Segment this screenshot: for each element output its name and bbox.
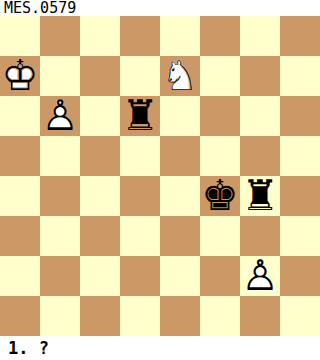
square-b7[interactable]: [40, 56, 80, 96]
square-g1[interactable]: [240, 296, 280, 336]
square-c4[interactable]: [80, 176, 120, 216]
white-pawn[interactable]: ♟♙: [240, 256, 280, 296]
white-knight-outline: ♘: [160, 56, 200, 96]
white-pawn-outline: ♙: [240, 256, 280, 296]
square-g5[interactable]: [240, 136, 280, 176]
square-h8[interactable]: [280, 16, 320, 56]
square-b4[interactable]: [40, 176, 80, 216]
square-g2[interactable]: ♟♙: [240, 256, 280, 296]
square-c7[interactable]: [80, 56, 120, 96]
square-a8[interactable]: [0, 16, 40, 56]
black-rook[interactable]: ♜: [240, 176, 280, 216]
square-a3[interactable]: [0, 216, 40, 256]
square-d8[interactable]: [120, 16, 160, 56]
square-f2[interactable]: [200, 256, 240, 296]
square-e6[interactable]: [160, 96, 200, 136]
square-d2[interactable]: [120, 256, 160, 296]
square-e7[interactable]: ♞♘: [160, 56, 200, 96]
square-g6[interactable]: [240, 96, 280, 136]
square-e4[interactable]: [160, 176, 200, 216]
black-king[interactable]: ♚: [200, 176, 240, 216]
square-e2[interactable]: [160, 256, 200, 296]
square-d4[interactable]: [120, 176, 160, 216]
puzzle-id-title: MES.0579: [4, 0, 76, 16]
chess-board: ♚♔♞♘♟♙♜♚♜♟♙: [0, 16, 320, 336]
square-a5[interactable]: [0, 136, 40, 176]
square-d6[interactable]: ♜: [120, 96, 160, 136]
square-a7[interactable]: ♚♔: [0, 56, 40, 96]
square-h1[interactable]: [280, 296, 320, 336]
square-e8[interactable]: [160, 16, 200, 56]
white-pawn-outline: ♙: [40, 96, 80, 136]
square-d3[interactable]: [120, 216, 160, 256]
square-h3[interactable]: [280, 216, 320, 256]
square-c5[interactable]: [80, 136, 120, 176]
square-a6[interactable]: [0, 96, 40, 136]
square-f4[interactable]: ♚: [200, 176, 240, 216]
square-c8[interactable]: [80, 16, 120, 56]
square-b2[interactable]: [40, 256, 80, 296]
square-b5[interactable]: [40, 136, 80, 176]
white-king-outline: ♔: [0, 56, 40, 96]
square-f8[interactable]: [200, 16, 240, 56]
black-rook-glyph: ♜: [120, 96, 160, 136]
square-h2[interactable]: [280, 256, 320, 296]
square-d7[interactable]: [120, 56, 160, 96]
square-h6[interactable]: [280, 96, 320, 136]
white-knight[interactable]: ♞♘: [160, 56, 200, 96]
move-prompt: 1. ?: [8, 337, 49, 360]
square-b6[interactable]: ♟♙: [40, 96, 80, 136]
white-pawn[interactable]: ♟♙: [40, 96, 80, 136]
square-b1[interactable]: [40, 296, 80, 336]
square-a2[interactable]: [0, 256, 40, 296]
square-h4[interactable]: [280, 176, 320, 216]
square-d5[interactable]: [120, 136, 160, 176]
square-f3[interactable]: [200, 216, 240, 256]
square-e3[interactable]: [160, 216, 200, 256]
square-e1[interactable]: [160, 296, 200, 336]
square-g3[interactable]: [240, 216, 280, 256]
square-c6[interactable]: [80, 96, 120, 136]
square-b8[interactable]: [40, 16, 80, 56]
black-rook[interactable]: ♜: [120, 96, 160, 136]
square-f6[interactable]: [200, 96, 240, 136]
square-a4[interactable]: [0, 176, 40, 216]
square-f5[interactable]: [200, 136, 240, 176]
square-a1[interactable]: [0, 296, 40, 336]
square-c1[interactable]: [80, 296, 120, 336]
square-f7[interactable]: [200, 56, 240, 96]
square-g8[interactable]: [240, 16, 280, 56]
square-c3[interactable]: [80, 216, 120, 256]
black-rook-glyph: ♜: [240, 176, 280, 216]
white-king[interactable]: ♚♔: [0, 56, 40, 96]
square-g4[interactable]: ♜: [240, 176, 280, 216]
square-d1[interactable]: [120, 296, 160, 336]
square-b3[interactable]: [40, 216, 80, 256]
black-king-glyph: ♚: [200, 176, 240, 216]
square-h5[interactable]: [280, 136, 320, 176]
square-f1[interactable]: [200, 296, 240, 336]
square-h7[interactable]: [280, 56, 320, 96]
square-c2[interactable]: [80, 256, 120, 296]
square-g7[interactable]: [240, 56, 280, 96]
square-e5[interactable]: [160, 136, 200, 176]
